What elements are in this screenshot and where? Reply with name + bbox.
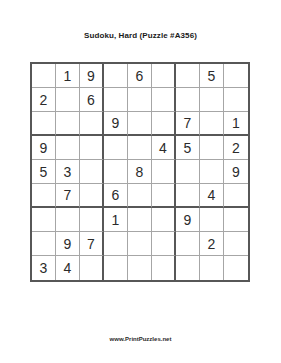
sudoku-cell-empty bbox=[128, 232, 152, 256]
sudoku-cell-empty bbox=[128, 184, 152, 208]
sudoku-cell-given: 5 bbox=[176, 136, 200, 160]
sudoku-cell-given: 1 bbox=[56, 64, 80, 88]
printable-puzzle-page: Sudoku, Hard (Puzzle #A356) 196526971945… bbox=[0, 0, 281, 363]
sudoku-cell-empty bbox=[224, 208, 248, 232]
sudoku-cell-given: 6 bbox=[128, 64, 152, 88]
sudoku-cell-given: 1 bbox=[224, 112, 248, 136]
sudoku-cell-empty bbox=[200, 160, 224, 184]
sudoku-cell-empty bbox=[224, 88, 248, 112]
sudoku-cell-empty bbox=[200, 112, 224, 136]
sudoku-cell-given: 4 bbox=[152, 136, 176, 160]
sudoku-cell-empty bbox=[152, 160, 176, 184]
sudoku-cell-empty bbox=[80, 184, 104, 208]
sudoku-cell-given: 2 bbox=[32, 88, 56, 112]
sudoku-cell-empty bbox=[224, 256, 248, 280]
sudoku-cell-empty bbox=[152, 184, 176, 208]
sudoku-cell-empty bbox=[104, 64, 128, 88]
sudoku-cell-empty bbox=[32, 232, 56, 256]
sudoku-cell-given: 3 bbox=[32, 256, 56, 280]
sudoku-cell-empty bbox=[152, 208, 176, 232]
sudoku-board: 196526971945253897641997234 bbox=[30, 62, 250, 282]
sudoku-cell-given: 8 bbox=[128, 160, 152, 184]
sudoku-cell-empty bbox=[128, 136, 152, 160]
sudoku-cell-empty bbox=[80, 136, 104, 160]
sudoku-cell-empty bbox=[176, 256, 200, 280]
puzzle-title: Sudoku, Hard (Puzzle #A356) bbox=[0, 31, 281, 40]
sudoku-cell-empty bbox=[32, 184, 56, 208]
sudoku-cell-given: 9 bbox=[176, 208, 200, 232]
sudoku-cell-empty bbox=[80, 160, 104, 184]
sudoku-cell-empty bbox=[176, 184, 200, 208]
sudoku-cell-empty bbox=[56, 136, 80, 160]
sudoku-cell-empty bbox=[128, 88, 152, 112]
sudoku-cell-empty bbox=[80, 256, 104, 280]
sudoku-cell-empty bbox=[176, 64, 200, 88]
sudoku-cell-empty bbox=[80, 112, 104, 136]
sudoku-cell-empty bbox=[200, 136, 224, 160]
sudoku-cell-empty bbox=[128, 256, 152, 280]
sudoku-cell-empty bbox=[152, 256, 176, 280]
sudoku-cell-empty bbox=[56, 88, 80, 112]
sudoku-cell-empty bbox=[200, 256, 224, 280]
sudoku-cell-empty bbox=[104, 88, 128, 112]
sudoku-cell-given: 7 bbox=[56, 184, 80, 208]
sudoku-cell-empty bbox=[224, 184, 248, 208]
sudoku-cell-empty bbox=[152, 64, 176, 88]
sudoku-cell-empty bbox=[128, 208, 152, 232]
sudoku-cell-empty bbox=[224, 232, 248, 256]
sudoku-cell-empty bbox=[104, 256, 128, 280]
sudoku-cell-given: 9 bbox=[80, 64, 104, 88]
sudoku-cell-empty bbox=[32, 112, 56, 136]
sudoku-cell-empty bbox=[176, 88, 200, 112]
sudoku-cell-given: 7 bbox=[176, 112, 200, 136]
sudoku-cell-given: 9 bbox=[32, 136, 56, 160]
sudoku-cell-empty bbox=[128, 112, 152, 136]
sudoku-cell-empty bbox=[200, 88, 224, 112]
sudoku-cell-empty bbox=[104, 136, 128, 160]
footer-website-url: www.PrintPuzzles.net bbox=[0, 336, 281, 342]
sudoku-cell-empty bbox=[56, 208, 80, 232]
sudoku-cell-given: 9 bbox=[224, 160, 248, 184]
sudoku-cell-empty bbox=[176, 160, 200, 184]
sudoku-cell-given: 2 bbox=[200, 232, 224, 256]
sudoku-cell-given: 1 bbox=[104, 208, 128, 232]
sudoku-cell-given: 6 bbox=[80, 88, 104, 112]
sudoku-cell-given: 4 bbox=[200, 184, 224, 208]
sudoku-cell-given: 9 bbox=[104, 112, 128, 136]
sudoku-cell-empty bbox=[104, 160, 128, 184]
sudoku-cell-given: 5 bbox=[200, 64, 224, 88]
sudoku-cell-empty bbox=[104, 232, 128, 256]
sudoku-cell-empty bbox=[176, 232, 200, 256]
sudoku-cell-empty bbox=[32, 64, 56, 88]
sudoku-cell-given: 2 bbox=[224, 136, 248, 160]
sudoku-cell-given: 6 bbox=[104, 184, 128, 208]
sudoku-cell-empty bbox=[32, 208, 56, 232]
sudoku-cell-given: 3 bbox=[56, 160, 80, 184]
sudoku-cell-empty bbox=[152, 88, 176, 112]
sudoku-cell-empty bbox=[80, 208, 104, 232]
sudoku-cell-given: 5 bbox=[32, 160, 56, 184]
sudoku-cell-given: 9 bbox=[56, 232, 80, 256]
sudoku-cell-empty bbox=[200, 208, 224, 232]
sudoku-cell-empty bbox=[152, 112, 176, 136]
sudoku-cell-empty bbox=[224, 64, 248, 88]
sudoku-cell-empty bbox=[56, 112, 80, 136]
sudoku-cell-given: 4 bbox=[56, 256, 80, 280]
sudoku-cell-given: 7 bbox=[80, 232, 104, 256]
sudoku-cell-empty bbox=[152, 232, 176, 256]
